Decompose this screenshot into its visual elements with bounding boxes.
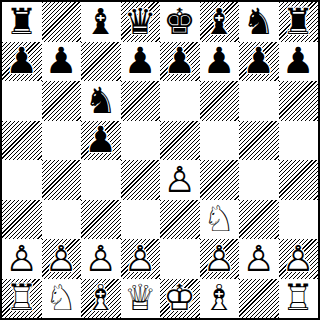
square-b8[interactable]	[42, 2, 82, 42]
chess-board: ♜♜♝♝♛♛♚♚♝♝♞♞♜♜♟♟♟♟♟♟♟♟♟♟♟♟♟♟♞♞♟♟♟♙♞♘♟♙♟♙…	[0, 0, 320, 320]
square-f6[interactable]	[200, 81, 240, 121]
piece-glyph: ♜	[2, 2, 42, 42]
piece-glyph: ♙	[121, 239, 161, 279]
square-b3[interactable]	[42, 200, 82, 240]
piece-glyph: ♟	[2, 42, 42, 82]
piece-black-bishop[interactable]: ♝♝	[81, 2, 121, 42]
piece-black-rook[interactable]: ♜♜	[279, 2, 319, 42]
square-h3[interactable]	[279, 200, 319, 240]
piece-glyph: ♗	[81, 279, 121, 319]
piece-black-queen[interactable]: ♛♛	[121, 2, 161, 42]
square-h8[interactable]: ♜♜	[279, 2, 319, 42]
square-d7[interactable]: ♟♟	[121, 42, 161, 82]
square-f7[interactable]: ♟♟	[200, 42, 240, 82]
piece-white-bishop[interactable]: ♝♗	[81, 279, 121, 319]
square-f3[interactable]: ♞♘	[200, 200, 240, 240]
piece-glyph: ♟	[42, 42, 82, 82]
square-c7[interactable]	[81, 42, 121, 82]
square-g4[interactable]	[239, 160, 279, 200]
piece-black-knight[interactable]: ♞♞	[81, 81, 121, 121]
piece-black-pawn[interactable]: ♟♟	[42, 42, 82, 82]
piece-glyph: ♟	[160, 42, 200, 82]
square-c5[interactable]: ♟♟	[81, 121, 121, 161]
piece-white-knight[interactable]: ♞♘	[200, 200, 240, 240]
square-d3[interactable]	[121, 200, 161, 240]
piece-black-pawn[interactable]: ♟♟	[121, 42, 161, 82]
piece-white-rook[interactable]: ♜♖	[279, 279, 319, 319]
square-c8[interactable]: ♝♝	[81, 2, 121, 42]
piece-glyph: ♛	[121, 2, 161, 42]
square-a5[interactable]	[2, 121, 42, 161]
square-h7[interactable]: ♟♟	[279, 42, 319, 82]
piece-white-pawn[interactable]: ♟♙	[121, 239, 161, 279]
square-h5[interactable]	[279, 121, 319, 161]
square-a1[interactable]: ♜♖	[2, 279, 42, 319]
piece-white-pawn[interactable]: ♟♙	[81, 239, 121, 279]
square-g5[interactable]	[239, 121, 279, 161]
square-g6[interactable]	[239, 81, 279, 121]
piece-glyph: ♞	[81, 81, 121, 121]
square-b5[interactable]	[42, 121, 82, 161]
square-a2[interactable]: ♟♙	[2, 239, 42, 279]
square-e4[interactable]: ♟♙	[160, 160, 200, 200]
piece-white-pawn[interactable]: ♟♙	[42, 239, 82, 279]
square-f8[interactable]: ♝♝	[200, 2, 240, 42]
square-f4[interactable]	[200, 160, 240, 200]
square-b2[interactable]: ♟♙	[42, 239, 82, 279]
piece-glyph: ♚	[160, 2, 200, 42]
piece-glyph: ♝	[81, 2, 121, 42]
square-c2[interactable]: ♟♙	[81, 239, 121, 279]
square-e5[interactable]	[160, 121, 200, 161]
piece-glyph: ♙	[200, 239, 240, 279]
square-e6[interactable]	[160, 81, 200, 121]
piece-glyph: ♗	[200, 279, 240, 319]
square-e3[interactable]	[160, 200, 200, 240]
piece-glyph: ♙	[81, 239, 121, 279]
piece-white-pawn[interactable]: ♟♙	[2, 239, 42, 279]
piece-white-rook[interactable]: ♜♖	[2, 279, 42, 319]
piece-glyph: ♕	[121, 279, 161, 319]
piece-white-king[interactable]: ♚♔	[160, 279, 200, 319]
piece-white-pawn[interactable]: ♟♙	[239, 239, 279, 279]
piece-white-queen[interactable]: ♛♕	[121, 279, 161, 319]
square-g7[interactable]: ♟♟	[239, 42, 279, 82]
square-g2[interactable]: ♟♙	[239, 239, 279, 279]
piece-glyph: ♖	[279, 279, 319, 319]
piece-glyph: ♘	[42, 279, 82, 319]
square-h4[interactable]	[279, 160, 319, 200]
piece-glyph: ♖	[2, 279, 42, 319]
square-a3[interactable]	[2, 200, 42, 240]
square-c1[interactable]: ♝♗	[81, 279, 121, 319]
piece-black-king[interactable]: ♚♚	[160, 2, 200, 42]
piece-white-pawn[interactable]: ♟♙	[200, 239, 240, 279]
square-d8[interactable]: ♛♛	[121, 2, 161, 42]
square-g8[interactable]: ♞♞	[239, 2, 279, 42]
piece-glyph: ♟	[279, 42, 319, 82]
square-g1[interactable]	[239, 279, 279, 319]
piece-white-pawn[interactable]: ♟♙	[160, 160, 200, 200]
piece-black-pawn[interactable]: ♟♟	[279, 42, 319, 82]
piece-glyph: ♞	[239, 2, 279, 42]
piece-glyph: ♟	[81, 121, 121, 161]
square-f1[interactable]: ♝♗	[200, 279, 240, 319]
piece-black-rook[interactable]: ♜♜	[2, 2, 42, 42]
square-d6[interactable]	[121, 81, 161, 121]
square-e2[interactable]	[160, 239, 200, 279]
square-d1[interactable]: ♛♕	[121, 279, 161, 319]
square-c4[interactable]	[81, 160, 121, 200]
piece-glyph: ♟	[121, 42, 161, 82]
piece-black-pawn[interactable]: ♟♟	[160, 42, 200, 82]
piece-glyph: ♙	[239, 239, 279, 279]
piece-black-knight[interactable]: ♞♞	[239, 2, 279, 42]
square-b7[interactable]: ♟♟	[42, 42, 82, 82]
piece-glyph: ♙	[160, 160, 200, 200]
square-f2[interactable]: ♟♙	[200, 239, 240, 279]
square-a6[interactable]	[2, 81, 42, 121]
piece-white-pawn[interactable]: ♟♙	[279, 239, 319, 279]
piece-white-knight[interactable]: ♞♘	[42, 279, 82, 319]
square-a4[interactable]	[2, 160, 42, 200]
square-h1[interactable]: ♜♖	[279, 279, 319, 319]
piece-glyph: ♟	[200, 42, 240, 82]
square-e7[interactable]: ♟♟	[160, 42, 200, 82]
square-a7[interactable]: ♟♟	[2, 42, 42, 82]
piece-black-pawn[interactable]: ♟♟	[200, 42, 240, 82]
square-h6[interactable]	[279, 81, 319, 121]
piece-black-pawn[interactable]: ♟♟	[239, 42, 279, 82]
piece-glyph: ♙	[279, 239, 319, 279]
square-b1[interactable]: ♞♘	[42, 279, 82, 319]
square-a8[interactable]: ♜♜	[2, 2, 42, 42]
piece-white-bishop[interactable]: ♝♗	[200, 279, 240, 319]
piece-glyph: ♟	[239, 42, 279, 82]
square-d4[interactable]	[121, 160, 161, 200]
square-e1[interactable]: ♚♔	[160, 279, 200, 319]
square-c6[interactable]: ♞♞	[81, 81, 121, 121]
piece-glyph: ♔	[160, 279, 200, 319]
piece-black-bishop[interactable]: ♝♝	[200, 2, 240, 42]
square-b6[interactable]	[42, 81, 82, 121]
piece-black-pawn[interactable]: ♟♟	[2, 42, 42, 82]
piece-glyph: ♙	[42, 239, 82, 279]
square-f5[interactable]	[200, 121, 240, 161]
piece-glyph: ♙	[2, 239, 42, 279]
piece-glyph: ♜	[279, 2, 319, 42]
square-b4[interactable]	[42, 160, 82, 200]
piece-black-pawn[interactable]: ♟♟	[81, 121, 121, 161]
piece-glyph: ♘	[200, 200, 240, 240]
square-c3[interactable]	[81, 200, 121, 240]
square-e8[interactable]: ♚♚	[160, 2, 200, 42]
square-d5[interactable]	[121, 121, 161, 161]
piece-glyph: ♝	[200, 2, 240, 42]
square-h2[interactable]: ♟♙	[279, 239, 319, 279]
square-d2[interactable]: ♟♙	[121, 239, 161, 279]
square-g3[interactable]	[239, 200, 279, 240]
